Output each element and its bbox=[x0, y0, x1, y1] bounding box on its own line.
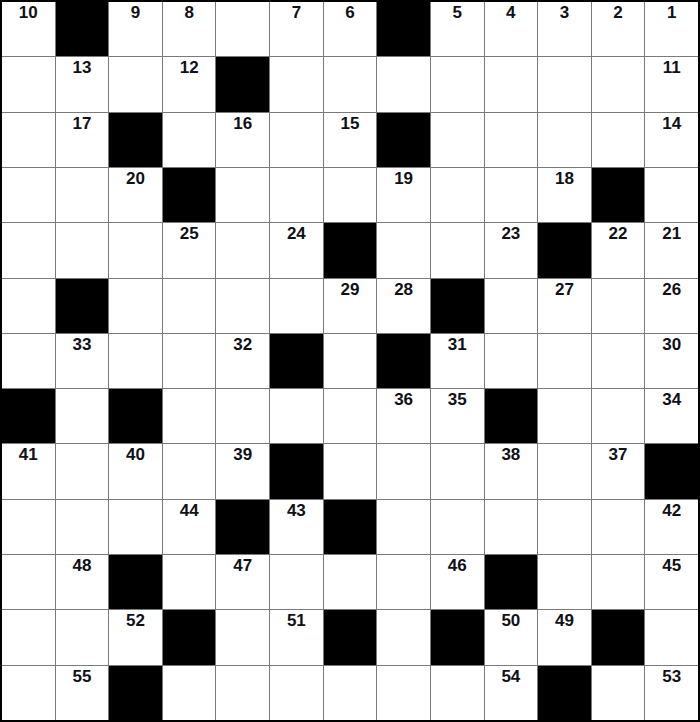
clue-number-2: 2 bbox=[592, 4, 645, 23]
clue-number-23: 23 bbox=[485, 225, 538, 244]
cell-r9c4[interactable] bbox=[163, 444, 216, 498]
cell-r1c3[interactable]: 9 bbox=[109, 2, 162, 56]
cell-r11c12[interactable] bbox=[592, 555, 645, 609]
cell-r11c8[interactable] bbox=[377, 555, 430, 609]
cell-r13c2[interactable]: 55 bbox=[56, 666, 109, 720]
clue-number-25: 25 bbox=[163, 225, 216, 244]
cell-r1c4[interactable]: 8 bbox=[163, 2, 216, 56]
cell-r4c6[interactable] bbox=[270, 168, 323, 222]
cell-r6c4[interactable] bbox=[163, 279, 216, 333]
black-cell-r13c11 bbox=[538, 666, 591, 720]
clue-number-54: 54 bbox=[485, 668, 538, 687]
clue-number-17: 17 bbox=[56, 115, 109, 134]
black-cell-r4c12 bbox=[592, 168, 645, 222]
clue-number-13: 13 bbox=[56, 59, 109, 78]
cell-r10c11[interactable] bbox=[538, 500, 591, 554]
cell-r3c7[interactable]: 15 bbox=[324, 113, 377, 167]
cell-r4c1[interactable] bbox=[2, 168, 55, 222]
cell-r1c7[interactable]: 6 bbox=[324, 2, 377, 56]
cell-r12c11[interactable]: 49 bbox=[538, 610, 591, 664]
cell-r6c5[interactable] bbox=[216, 279, 269, 333]
cell-r7c9[interactable]: 31 bbox=[431, 334, 484, 388]
clue-number-8: 8 bbox=[163, 4, 216, 23]
cell-r7c13[interactable]: 30 bbox=[645, 334, 698, 388]
cell-r2c11[interactable] bbox=[538, 57, 591, 111]
crossword-board: 1098765432113121117161514201918252423222… bbox=[0, 0, 700, 722]
cell-r6c11[interactable]: 27 bbox=[538, 279, 591, 333]
cell-r11c6[interactable] bbox=[270, 555, 323, 609]
cell-r3c6[interactable] bbox=[270, 113, 323, 167]
clue-number-41: 41 bbox=[2, 446, 55, 465]
cell-r5c5[interactable] bbox=[216, 223, 269, 277]
clue-number-18: 18 bbox=[538, 170, 591, 189]
clue-number-26: 26 bbox=[645, 281, 698, 300]
cell-r11c4[interactable] bbox=[163, 555, 216, 609]
cell-r7c4[interactable] bbox=[163, 334, 216, 388]
cell-r9c8[interactable] bbox=[377, 444, 430, 498]
cell-r7c7[interactable] bbox=[324, 334, 377, 388]
cell-r6c10[interactable] bbox=[485, 279, 538, 333]
cell-r8c7[interactable] bbox=[324, 389, 377, 443]
black-cell-r8c10 bbox=[485, 389, 538, 443]
cell-r10c6[interactable]: 43 bbox=[270, 500, 323, 554]
black-cell-r11c3 bbox=[109, 555, 162, 609]
cell-r12c8[interactable] bbox=[377, 610, 430, 664]
clue-number-20: 20 bbox=[109, 170, 162, 189]
clue-number-12: 12 bbox=[163, 59, 216, 78]
cell-r4c9[interactable] bbox=[431, 168, 484, 222]
cell-r11c7[interactable] bbox=[324, 555, 377, 609]
cell-r7c1[interactable] bbox=[2, 334, 55, 388]
cell-r1c10[interactable]: 4 bbox=[485, 2, 538, 56]
clue-number-44: 44 bbox=[163, 502, 216, 521]
clue-number-52: 52 bbox=[109, 612, 162, 631]
cell-r13c1[interactable] bbox=[2, 666, 55, 720]
cell-r4c10[interactable] bbox=[485, 168, 538, 222]
cell-r2c6[interactable] bbox=[270, 57, 323, 111]
clue-number-51: 51 bbox=[270, 612, 323, 631]
cell-r10c4[interactable]: 44 bbox=[163, 500, 216, 554]
cell-r10c9[interactable] bbox=[431, 500, 484, 554]
cell-r9c2[interactable] bbox=[56, 444, 109, 498]
clue-number-33: 33 bbox=[56, 336, 109, 355]
black-cell-r13c3 bbox=[109, 666, 162, 720]
cell-r9c1[interactable]: 41 bbox=[2, 444, 55, 498]
clue-number-16: 16 bbox=[216, 115, 269, 134]
cell-r12c3[interactable]: 52 bbox=[109, 610, 162, 664]
black-cell-r2c5 bbox=[216, 57, 269, 111]
cell-r13c6[interactable] bbox=[270, 666, 323, 720]
cell-r7c10[interactable] bbox=[485, 334, 538, 388]
cell-r12c13[interactable] bbox=[645, 610, 698, 664]
cell-r2c13[interactable]: 11 bbox=[645, 57, 698, 111]
black-cell-r6c2 bbox=[56, 279, 109, 333]
cell-r3c12[interactable] bbox=[592, 113, 645, 167]
cell-r1c13[interactable]: 1 bbox=[645, 2, 698, 56]
black-cell-r10c7 bbox=[324, 500, 377, 554]
cell-r8c9[interactable]: 35 bbox=[431, 389, 484, 443]
cell-r6c13[interactable]: 26 bbox=[645, 279, 698, 333]
cell-r5c6[interactable]: 24 bbox=[270, 223, 323, 277]
clue-number-28: 28 bbox=[377, 281, 430, 300]
cell-r4c11[interactable]: 18 bbox=[538, 168, 591, 222]
black-cell-r10c5 bbox=[216, 500, 269, 554]
cell-r9c3[interactable]: 40 bbox=[109, 444, 162, 498]
cell-r5c3[interactable] bbox=[109, 223, 162, 277]
cell-r8c8[interactable]: 36 bbox=[377, 389, 430, 443]
cell-r4c5[interactable] bbox=[216, 168, 269, 222]
clue-number-53: 53 bbox=[645, 668, 698, 687]
clue-number-11: 11 bbox=[645, 59, 698, 78]
clue-number-34: 34 bbox=[645, 391, 698, 410]
cell-r5c8[interactable] bbox=[377, 223, 430, 277]
clue-number-24: 24 bbox=[270, 225, 323, 244]
cell-r12c6[interactable]: 51 bbox=[270, 610, 323, 664]
clue-number-14: 14 bbox=[645, 115, 698, 134]
clue-number-7: 7 bbox=[270, 4, 323, 23]
clue-number-9: 9 bbox=[109, 4, 162, 23]
cell-r11c9[interactable]: 46 bbox=[431, 555, 484, 609]
cell-r5c2[interactable] bbox=[56, 223, 109, 277]
cell-r1c1[interactable]: 10 bbox=[2, 2, 55, 56]
cell-r10c10[interactable] bbox=[485, 500, 538, 554]
black-cell-r6c9 bbox=[431, 279, 484, 333]
cell-r13c13[interactable]: 53 bbox=[645, 666, 698, 720]
cell-r2c12[interactable] bbox=[592, 57, 645, 111]
cell-r5c13[interactable]: 21 bbox=[645, 223, 698, 277]
cell-r12c1[interactable] bbox=[2, 610, 55, 664]
cell-r11c1[interactable] bbox=[2, 555, 55, 609]
black-cell-r1c2 bbox=[56, 2, 109, 56]
cell-r10c8[interactable] bbox=[377, 500, 430, 554]
cell-r3c9[interactable] bbox=[431, 113, 484, 167]
cell-r2c8[interactable] bbox=[377, 57, 430, 111]
clue-number-27: 27 bbox=[538, 281, 591, 300]
black-cell-r5c11 bbox=[538, 223, 591, 277]
cell-r1c5[interactable] bbox=[216, 2, 269, 56]
cell-r8c5[interactable] bbox=[216, 389, 269, 443]
cell-r3c10[interactable] bbox=[485, 113, 538, 167]
cell-r10c13[interactable]: 42 bbox=[645, 500, 698, 554]
cell-r3c2[interactable]: 17 bbox=[56, 113, 109, 167]
cell-r3c1[interactable] bbox=[2, 113, 55, 167]
cell-r6c1[interactable] bbox=[2, 279, 55, 333]
cell-r6c7[interactable]: 29 bbox=[324, 279, 377, 333]
cell-r7c2[interactable]: 33 bbox=[56, 334, 109, 388]
clue-number-3: 3 bbox=[538, 4, 591, 23]
cell-r6c6[interactable] bbox=[270, 279, 323, 333]
cell-r6c12[interactable] bbox=[592, 279, 645, 333]
cell-r2c2[interactable]: 13 bbox=[56, 57, 109, 111]
clue-number-6: 6 bbox=[324, 4, 377, 23]
black-cell-r3c3 bbox=[109, 113, 162, 167]
cell-r10c12[interactable] bbox=[592, 500, 645, 554]
clue-number-36: 36 bbox=[377, 391, 430, 410]
black-cell-r7c8 bbox=[377, 334, 430, 388]
cell-r10c1[interactable] bbox=[2, 500, 55, 554]
cell-r4c8[interactable]: 19 bbox=[377, 168, 430, 222]
clue-number-50: 50 bbox=[485, 612, 538, 631]
cell-r8c4[interactable] bbox=[163, 389, 216, 443]
cell-r11c13[interactable]: 45 bbox=[645, 555, 698, 609]
clue-number-47: 47 bbox=[216, 557, 269, 576]
cell-r9c7[interactable] bbox=[324, 444, 377, 498]
clue-number-42: 42 bbox=[645, 502, 698, 521]
cell-r8c2[interactable] bbox=[56, 389, 109, 443]
cell-r12c10[interactable]: 50 bbox=[485, 610, 538, 664]
black-cell-r12c7 bbox=[324, 610, 377, 664]
cell-r5c9[interactable] bbox=[431, 223, 484, 277]
cell-r9c5[interactable]: 39 bbox=[216, 444, 269, 498]
cell-r9c12[interactable]: 37 bbox=[592, 444, 645, 498]
clue-number-45: 45 bbox=[645, 557, 698, 576]
cell-r9c9[interactable] bbox=[431, 444, 484, 498]
cell-r1c6[interactable]: 7 bbox=[270, 2, 323, 56]
cell-r13c8[interactable] bbox=[377, 666, 430, 720]
cell-r13c9[interactable] bbox=[431, 666, 484, 720]
black-cell-r4c4 bbox=[163, 168, 216, 222]
cell-r12c2[interactable] bbox=[56, 610, 109, 664]
cell-r2c3[interactable] bbox=[109, 57, 162, 111]
clue-number-35: 35 bbox=[431, 391, 484, 410]
cell-r13c12[interactable] bbox=[592, 666, 645, 720]
clue-number-40: 40 bbox=[109, 446, 162, 465]
cell-r12c5[interactable] bbox=[216, 610, 269, 664]
cell-r2c4[interactable]: 12 bbox=[163, 57, 216, 111]
cell-r3c5[interactable]: 16 bbox=[216, 113, 269, 167]
clue-number-21: 21 bbox=[645, 225, 698, 244]
cell-r7c3[interactable] bbox=[109, 334, 162, 388]
cell-r8c12[interactable] bbox=[592, 389, 645, 443]
cell-r9c11[interactable] bbox=[538, 444, 591, 498]
clue-number-48: 48 bbox=[56, 557, 109, 576]
black-cell-r8c3 bbox=[109, 389, 162, 443]
clue-number-30: 30 bbox=[645, 336, 698, 355]
clue-number-19: 19 bbox=[377, 170, 430, 189]
clue-number-32: 32 bbox=[216, 336, 269, 355]
cell-r6c8[interactable]: 28 bbox=[377, 279, 430, 333]
cell-r6c3[interactable] bbox=[109, 279, 162, 333]
cell-r4c3[interactable]: 20 bbox=[109, 168, 162, 222]
cell-r2c10[interactable] bbox=[485, 57, 538, 111]
cell-r11c2[interactable]: 48 bbox=[56, 555, 109, 609]
black-cell-r8c1 bbox=[2, 389, 55, 443]
cell-r13c7[interactable] bbox=[324, 666, 377, 720]
clue-number-10: 10 bbox=[2, 4, 55, 23]
clue-number-29: 29 bbox=[324, 281, 377, 300]
clue-number-55: 55 bbox=[56, 668, 109, 687]
cell-r2c1[interactable] bbox=[2, 57, 55, 111]
clue-number-22: 22 bbox=[592, 225, 645, 244]
black-cell-r9c13 bbox=[645, 444, 698, 498]
cell-r3c13[interactable]: 14 bbox=[645, 113, 698, 167]
clue-number-46: 46 bbox=[431, 557, 484, 576]
cell-r3c4[interactable] bbox=[163, 113, 216, 167]
cell-r10c3[interactable] bbox=[109, 500, 162, 554]
black-cell-r9c6 bbox=[270, 444, 323, 498]
clue-number-39: 39 bbox=[216, 446, 269, 465]
cell-r13c4[interactable] bbox=[163, 666, 216, 720]
clue-number-49: 49 bbox=[538, 612, 591, 631]
cell-r1c9[interactable]: 5 bbox=[431, 2, 484, 56]
cell-r7c12[interactable] bbox=[592, 334, 645, 388]
cell-r8c6[interactable] bbox=[270, 389, 323, 443]
black-cell-r3c8 bbox=[377, 113, 430, 167]
cell-r5c10[interactable]: 23 bbox=[485, 223, 538, 277]
cell-r2c7[interactable] bbox=[324, 57, 377, 111]
cell-r2c9[interactable] bbox=[431, 57, 484, 111]
cell-r4c7[interactable] bbox=[324, 168, 377, 222]
cell-r4c2[interactable] bbox=[56, 168, 109, 222]
cell-r1c12[interactable]: 2 bbox=[592, 2, 645, 56]
clue-number-1: 1 bbox=[645, 4, 698, 23]
clue-number-43: 43 bbox=[270, 502, 323, 521]
clue-number-38: 38 bbox=[485, 446, 538, 465]
black-cell-r11c10 bbox=[485, 555, 538, 609]
clue-number-4: 4 bbox=[485, 4, 538, 23]
cell-r5c1[interactable] bbox=[2, 223, 55, 277]
cell-r5c4[interactable]: 25 bbox=[163, 223, 216, 277]
cell-r13c10[interactable]: 54 bbox=[485, 666, 538, 720]
cell-r5c12[interactable]: 22 bbox=[592, 223, 645, 277]
black-cell-r12c9 bbox=[431, 610, 484, 664]
cell-r3c11[interactable] bbox=[538, 113, 591, 167]
cell-r11c5[interactable]: 47 bbox=[216, 555, 269, 609]
clue-number-15: 15 bbox=[324, 115, 377, 134]
cell-r10c2[interactable] bbox=[56, 500, 109, 554]
cell-r13c5[interactable] bbox=[216, 666, 269, 720]
cell-r1c11[interactable]: 3 bbox=[538, 2, 591, 56]
cell-r8c13[interactable]: 34 bbox=[645, 389, 698, 443]
black-cell-r12c12 bbox=[592, 610, 645, 664]
clue-number-31: 31 bbox=[431, 336, 484, 355]
cell-r7c5[interactable]: 32 bbox=[216, 334, 269, 388]
black-cell-r7c6 bbox=[270, 334, 323, 388]
cell-r9c10[interactable]: 38 bbox=[485, 444, 538, 498]
clue-number-37: 37 bbox=[592, 446, 645, 465]
black-cell-r1c8 bbox=[377, 2, 430, 56]
clue-number-5: 5 bbox=[431, 4, 484, 23]
cell-r11c11[interactable] bbox=[538, 555, 591, 609]
black-cell-r5c7 bbox=[324, 223, 377, 277]
cell-r8c11[interactable] bbox=[538, 389, 591, 443]
cell-r4c13[interactable] bbox=[645, 168, 698, 222]
black-cell-r12c4 bbox=[163, 610, 216, 664]
cell-r7c11[interactable] bbox=[538, 334, 591, 388]
